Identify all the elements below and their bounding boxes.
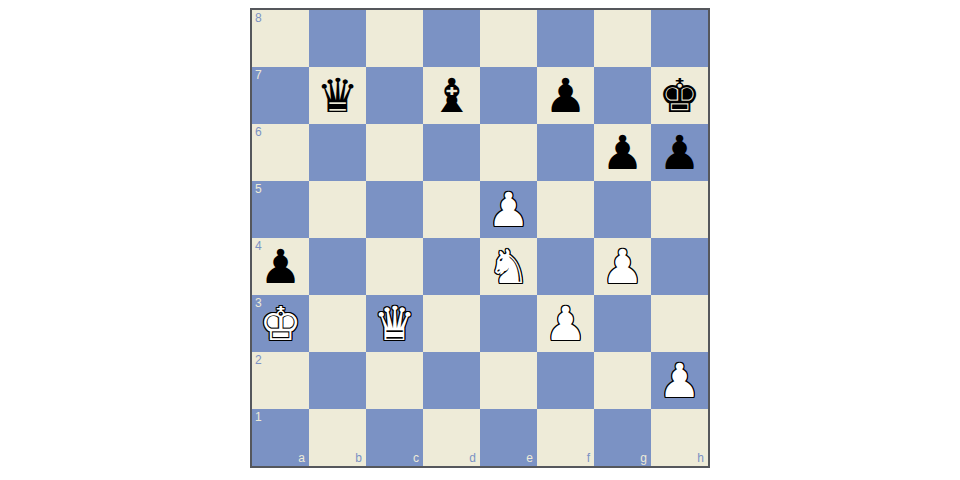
square-d6[interactable] (423, 124, 480, 181)
square-f7[interactable]: ♟ (537, 67, 594, 124)
chess-board: 87♛♝♟♚6♟♟5♟4♟♞♟3♚♛♟2♟1abcdefgh (252, 10, 708, 466)
square-g2[interactable] (594, 352, 651, 409)
square-h6[interactable]: ♟ (651, 124, 708, 181)
square-b4[interactable] (309, 238, 366, 295)
square-e8[interactable] (480, 10, 537, 67)
square-a3[interactable]: 3♚ (252, 295, 309, 352)
square-g4[interactable]: ♟ (594, 238, 651, 295)
square-h5[interactable] (651, 181, 708, 238)
square-h8[interactable] (651, 10, 708, 67)
square-g7[interactable] (594, 67, 651, 124)
file-label-b: b (355, 452, 362, 464)
rank-label-2: 2 (255, 354, 262, 366)
square-e2[interactable] (480, 352, 537, 409)
file-label-g: g (640, 452, 647, 464)
black-pawn-icon[interactable]: ♟ (601, 124, 643, 181)
square-c6[interactable] (366, 124, 423, 181)
white-queen-icon[interactable]: ♛ (373, 295, 415, 352)
square-c7[interactable] (366, 67, 423, 124)
black-king-icon[interactable]: ♚ (658, 67, 700, 124)
file-label-h: h (697, 452, 704, 464)
white-pawn-icon[interactable]: ♟ (601, 238, 643, 295)
square-c2[interactable] (366, 352, 423, 409)
white-pawn-icon[interactable]: ♟ (487, 181, 529, 238)
square-f1[interactable]: f (537, 409, 594, 466)
file-label-e: e (526, 452, 533, 464)
square-f5[interactable] (537, 181, 594, 238)
square-a6[interactable]: 6 (252, 124, 309, 181)
white-king-icon[interactable]: ♚ (259, 295, 301, 352)
square-g6[interactable]: ♟ (594, 124, 651, 181)
square-f8[interactable] (537, 10, 594, 67)
square-b5[interactable] (309, 181, 366, 238)
square-a5[interactable]: 5 (252, 181, 309, 238)
square-d7[interactable]: ♝ (423, 67, 480, 124)
square-g5[interactable] (594, 181, 651, 238)
square-a4[interactable]: 4♟ (252, 238, 309, 295)
square-a8[interactable]: 8 (252, 10, 309, 67)
square-a7[interactable]: 7 (252, 67, 309, 124)
square-e6[interactable] (480, 124, 537, 181)
square-d1[interactable]: d (423, 409, 480, 466)
black-pawn-icon[interactable]: ♟ (658, 124, 700, 181)
chess-board-frame: 87♛♝♟♚6♟♟5♟4♟♞♟3♚♛♟2♟1abcdefgh (250, 8, 710, 468)
square-e5[interactable]: ♟ (480, 181, 537, 238)
square-h3[interactable] (651, 295, 708, 352)
square-b3[interactable] (309, 295, 366, 352)
rank-label-5: 5 (255, 183, 262, 195)
square-c3[interactable]: ♛ (366, 295, 423, 352)
square-h4[interactable] (651, 238, 708, 295)
square-e1[interactable]: e (480, 409, 537, 466)
black-queen-icon[interactable]: ♛ (316, 67, 358, 124)
rank-label-4: 4 (255, 240, 262, 252)
black-bishop-icon[interactable]: ♝ (430, 67, 472, 124)
square-a1[interactable]: 1a (252, 409, 309, 466)
square-d5[interactable] (423, 181, 480, 238)
square-a2[interactable]: 2 (252, 352, 309, 409)
square-b1[interactable]: b (309, 409, 366, 466)
square-f2[interactable] (537, 352, 594, 409)
rank-label-7: 7 (255, 69, 262, 81)
square-e3[interactable] (480, 295, 537, 352)
file-label-a: a (298, 452, 305, 464)
white-pawn-icon[interactable]: ♟ (658, 352, 700, 409)
square-c1[interactable]: c (366, 409, 423, 466)
black-pawn-icon[interactable]: ♟ (259, 238, 301, 295)
rank-label-1: 1 (255, 411, 262, 423)
square-e4[interactable]: ♞ (480, 238, 537, 295)
square-g3[interactable] (594, 295, 651, 352)
square-c8[interactable] (366, 10, 423, 67)
square-b2[interactable] (309, 352, 366, 409)
square-f6[interactable] (537, 124, 594, 181)
square-f3[interactable]: ♟ (537, 295, 594, 352)
square-d4[interactable] (423, 238, 480, 295)
square-c5[interactable] (366, 181, 423, 238)
square-h1[interactable]: h (651, 409, 708, 466)
square-b6[interactable] (309, 124, 366, 181)
black-pawn-icon[interactable]: ♟ (544, 67, 586, 124)
square-g8[interactable] (594, 10, 651, 67)
square-c4[interactable] (366, 238, 423, 295)
square-d3[interactable] (423, 295, 480, 352)
square-d2[interactable] (423, 352, 480, 409)
square-h7[interactable]: ♚ (651, 67, 708, 124)
square-b8[interactable] (309, 10, 366, 67)
square-e7[interactable] (480, 67, 537, 124)
white-pawn-icon[interactable]: ♟ (544, 295, 586, 352)
rank-label-8: 8 (255, 12, 262, 24)
file-label-f: f (587, 452, 590, 464)
file-label-d: d (469, 452, 476, 464)
square-d8[interactable] (423, 10, 480, 67)
rank-label-6: 6 (255, 126, 262, 138)
square-b7[interactable]: ♛ (309, 67, 366, 124)
square-g1[interactable]: g (594, 409, 651, 466)
square-h2[interactable]: ♟ (651, 352, 708, 409)
white-knight-icon[interactable]: ♞ (487, 238, 529, 295)
file-label-c: c (413, 452, 419, 464)
rank-label-3: 3 (255, 297, 262, 309)
square-f4[interactable] (537, 238, 594, 295)
